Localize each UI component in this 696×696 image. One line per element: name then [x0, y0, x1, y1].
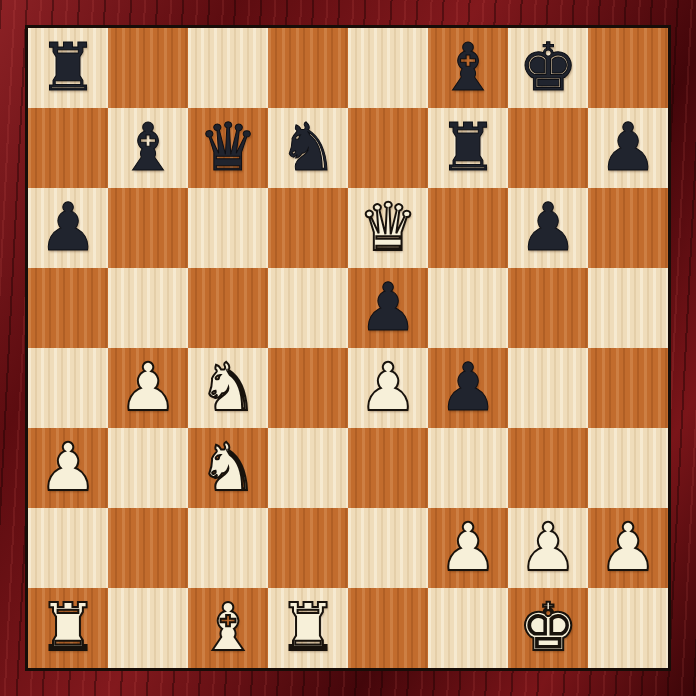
square-a1[interactable]: ♜	[28, 588, 108, 668]
square-e6[interactable]: ♛	[348, 188, 428, 268]
square-e3[interactable]	[348, 428, 428, 508]
black-bishop-f8[interactable]: ♝	[428, 28, 508, 108]
square-b7[interactable]: ♝	[108, 108, 188, 188]
square-a6[interactable]: ♟	[28, 188, 108, 268]
square-g1[interactable]: ♚	[508, 588, 588, 668]
square-d7[interactable]: ♞	[268, 108, 348, 188]
square-b6[interactable]	[108, 188, 188, 268]
black-rook-f7[interactable]: ♜	[428, 108, 508, 188]
square-f8[interactable]: ♝	[428, 28, 508, 108]
square-a8[interactable]: ♜	[28, 28, 108, 108]
square-e4[interactable]: ♟	[348, 348, 428, 428]
black-bishop-b7[interactable]: ♝	[108, 108, 188, 188]
square-d3[interactable]	[268, 428, 348, 508]
white-pawn-a3[interactable]: ♟	[28, 428, 108, 508]
square-e1[interactable]	[348, 588, 428, 668]
square-e5[interactable]: ♟	[348, 268, 428, 348]
square-a2[interactable]	[28, 508, 108, 588]
square-h6[interactable]	[588, 188, 668, 268]
square-f7[interactable]: ♜	[428, 108, 508, 188]
square-e8[interactable]	[348, 28, 428, 108]
square-b8[interactable]	[108, 28, 188, 108]
square-h8[interactable]	[588, 28, 668, 108]
board-frame: ♜♝♚♝♛♞♜♟♟♛♟♟♟♞♟♟♟♞♟♟♟♜♝♜♚	[0, 0, 696, 696]
white-rook-a1[interactable]: ♜	[28, 588, 108, 668]
white-bishop-c1[interactable]: ♝	[188, 588, 268, 668]
square-e7[interactable]	[348, 108, 428, 188]
square-f1[interactable]	[428, 588, 508, 668]
square-c7[interactable]: ♛	[188, 108, 268, 188]
square-c2[interactable]	[188, 508, 268, 588]
square-h5[interactable]	[588, 268, 668, 348]
square-g3[interactable]	[508, 428, 588, 508]
white-knight-c3[interactable]: ♞	[188, 428, 268, 508]
square-c8[interactable]	[188, 28, 268, 108]
square-f2[interactable]: ♟	[428, 508, 508, 588]
square-h2[interactable]: ♟	[588, 508, 668, 588]
black-king-g8[interactable]: ♚	[508, 28, 588, 108]
square-g8[interactable]: ♚	[508, 28, 588, 108]
square-b5[interactable]	[108, 268, 188, 348]
square-g5[interactable]	[508, 268, 588, 348]
square-c3[interactable]: ♞	[188, 428, 268, 508]
square-d2[interactable]	[268, 508, 348, 588]
white-pawn-h2[interactable]: ♟	[588, 508, 668, 588]
square-d6[interactable]	[268, 188, 348, 268]
black-knight-d7[interactable]: ♞	[268, 108, 348, 188]
black-pawn-h7[interactable]: ♟	[588, 108, 668, 188]
square-b4[interactable]: ♟	[108, 348, 188, 428]
square-b3[interactable]	[108, 428, 188, 508]
square-e2[interactable]	[348, 508, 428, 588]
square-d5[interactable]	[268, 268, 348, 348]
chess-board: ♜♝♚♝♛♞♜♟♟♛♟♟♟♞♟♟♟♞♟♟♟♜♝♜♚	[25, 25, 671, 671]
square-h4[interactable]	[588, 348, 668, 428]
square-c1[interactable]: ♝	[188, 588, 268, 668]
square-g7[interactable]	[508, 108, 588, 188]
black-pawn-g6[interactable]: ♟	[508, 188, 588, 268]
black-rook-a8[interactable]: ♜	[28, 28, 108, 108]
white-pawn-e4[interactable]: ♟	[348, 348, 428, 428]
black-pawn-a6[interactable]: ♟	[28, 188, 108, 268]
square-a3[interactable]: ♟	[28, 428, 108, 508]
square-b1[interactable]	[108, 588, 188, 668]
square-c6[interactable]	[188, 188, 268, 268]
square-h3[interactable]	[588, 428, 668, 508]
white-king-g1[interactable]: ♚	[508, 588, 588, 668]
square-c5[interactable]	[188, 268, 268, 348]
square-h1[interactable]	[588, 588, 668, 668]
black-queen-c7[interactable]: ♛	[188, 108, 268, 188]
white-queen-e6[interactable]: ♛	[348, 188, 428, 268]
black-pawn-e5[interactable]: ♟	[348, 268, 428, 348]
square-f3[interactable]	[428, 428, 508, 508]
square-h7[interactable]: ♟	[588, 108, 668, 188]
square-f4[interactable]: ♟	[428, 348, 508, 428]
square-b2[interactable]	[108, 508, 188, 588]
square-a7[interactable]	[28, 108, 108, 188]
white-knight-c4[interactable]: ♞	[188, 348, 268, 428]
black-pawn-f4[interactable]: ♟	[428, 348, 508, 428]
square-d4[interactable]	[268, 348, 348, 428]
square-g4[interactable]	[508, 348, 588, 428]
square-d1[interactable]: ♜	[268, 588, 348, 668]
white-pawn-g2[interactable]: ♟	[508, 508, 588, 588]
white-pawn-f2[interactable]: ♟	[428, 508, 508, 588]
white-rook-d1[interactable]: ♜	[268, 588, 348, 668]
square-g2[interactable]: ♟	[508, 508, 588, 588]
square-g6[interactable]: ♟	[508, 188, 588, 268]
square-d8[interactable]	[268, 28, 348, 108]
white-pawn-b4[interactable]: ♟	[108, 348, 188, 428]
square-f5[interactable]	[428, 268, 508, 348]
square-a4[interactable]	[28, 348, 108, 428]
square-c4[interactable]: ♞	[188, 348, 268, 428]
square-f6[interactable]	[428, 188, 508, 268]
square-a5[interactable]	[28, 268, 108, 348]
